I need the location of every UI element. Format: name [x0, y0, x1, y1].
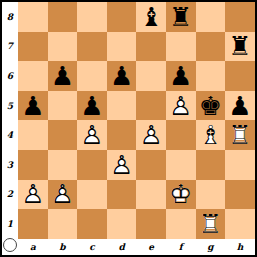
piece-white-pawn: ♟♙ — [80, 122, 103, 148]
piece-white-pawn: ♟♙ — [110, 152, 133, 178]
piece-white-pawn: ♟♙ — [140, 122, 163, 148]
piece-black-rook: ♜ — [228, 33, 251, 59]
square-e3[interactable] — [136, 150, 166, 180]
piece-black-pawn: ♟ — [169, 63, 192, 89]
side-to-move-cell — [2, 239, 18, 255]
square-h2[interactable] — [225, 180, 255, 210]
square-d3[interactable]: ♟♙ — [107, 150, 137, 180]
square-f5[interactable]: ♟♙ — [166, 91, 196, 121]
piece-black-pawn: ♟ — [51, 63, 74, 89]
square-c3[interactable] — [77, 150, 107, 180]
piece-black-rook: ♜ — [169, 4, 192, 30]
square-b6[interactable]: ♟ — [48, 61, 78, 91]
file-label-h: h — [225, 239, 255, 255]
square-e8[interactable]: ♝ — [136, 2, 166, 32]
rank-label-4: 4 — [2, 120, 18, 150]
square-a8[interactable] — [18, 2, 48, 32]
square-e4[interactable]: ♟♙ — [136, 120, 166, 150]
square-h8[interactable] — [225, 2, 255, 32]
square-a6[interactable] — [18, 61, 48, 91]
piece-white-pawn: ♟♙ — [169, 93, 192, 119]
square-b7[interactable] — [48, 32, 78, 62]
piece-black-pawn: ♟ — [80, 93, 103, 119]
square-h3[interactable] — [225, 150, 255, 180]
square-b5[interactable] — [48, 91, 78, 121]
square-d5[interactable] — [107, 91, 137, 121]
square-f6[interactable]: ♟ — [166, 61, 196, 91]
square-a1[interactable] — [18, 209, 48, 239]
side-to-move-indicator — [3, 238, 17, 252]
piece-black-bishop: ♝ — [140, 4, 163, 30]
square-c7[interactable] — [77, 32, 107, 62]
square-b3[interactable] — [48, 150, 78, 180]
square-b2[interactable]: ♟♙ — [48, 180, 78, 210]
square-a3[interactable] — [18, 150, 48, 180]
square-c4[interactable]: ♟♙ — [77, 120, 107, 150]
square-b4[interactable] — [48, 120, 78, 150]
file-label-f: f — [166, 239, 196, 255]
square-c8[interactable] — [77, 2, 107, 32]
piece-black-pawn: ♟ — [228, 93, 251, 119]
file-label-g: g — [196, 239, 226, 255]
piece-white-rook: ♜♖ — [228, 122, 251, 148]
piece-white-pawn: ♟♙ — [51, 181, 74, 207]
rank-label-2: 2 — [2, 180, 18, 210]
square-e5[interactable] — [136, 91, 166, 121]
square-d2[interactable] — [107, 180, 137, 210]
square-h5[interactable]: ♟ — [225, 91, 255, 121]
square-g6[interactable] — [196, 61, 226, 91]
square-d1[interactable] — [107, 209, 137, 239]
square-h1[interactable] — [225, 209, 255, 239]
piece-white-king: ♚♔ — [169, 181, 192, 207]
square-e6[interactable] — [136, 61, 166, 91]
chess-board: 8♝♜7♜6♟♟♟5♟♟♟♙♚♟4♟♙♟♙♝♗♜♖3♟♙2♟♙♟♙♚♔1♜♖ab… — [2, 2, 255, 255]
piece-black-king: ♚ — [199, 93, 222, 119]
square-b8[interactable] — [48, 2, 78, 32]
square-d7[interactable] — [107, 32, 137, 62]
square-g2[interactable] — [196, 180, 226, 210]
square-h6[interactable] — [225, 61, 255, 91]
square-d6[interactable]: ♟ — [107, 61, 137, 91]
square-g8[interactable] — [196, 2, 226, 32]
square-g7[interactable] — [196, 32, 226, 62]
piece-white-bishop: ♝♗ — [199, 122, 222, 148]
square-e1[interactable] — [136, 209, 166, 239]
piece-white-rook: ♜♖ — [199, 211, 222, 237]
square-f8[interactable]: ♜ — [166, 2, 196, 32]
square-a4[interactable] — [18, 120, 48, 150]
file-label-c: c — [77, 239, 107, 255]
square-f4[interactable] — [166, 120, 196, 150]
rank-label-6: 6 — [2, 61, 18, 91]
square-a7[interactable] — [18, 32, 48, 62]
file-label-e: e — [136, 239, 166, 255]
rank-label-8: 8 — [2, 2, 18, 32]
square-h4[interactable]: ♜♖ — [225, 120, 255, 150]
square-f2[interactable]: ♚♔ — [166, 180, 196, 210]
square-b1[interactable] — [48, 209, 78, 239]
file-label-b: b — [48, 239, 78, 255]
square-f1[interactable] — [166, 209, 196, 239]
square-g1[interactable]: ♜♖ — [196, 209, 226, 239]
rank-label-7: 7 — [2, 32, 18, 62]
square-e7[interactable] — [136, 32, 166, 62]
piece-white-pawn: ♟♙ — [21, 181, 44, 207]
piece-black-pawn: ♟ — [110, 63, 133, 89]
square-a2[interactable]: ♟♙ — [18, 180, 48, 210]
square-e2[interactable] — [136, 180, 166, 210]
square-c6[interactable] — [77, 61, 107, 91]
square-c2[interactable] — [77, 180, 107, 210]
square-g5[interactable]: ♚ — [196, 91, 226, 121]
square-g4[interactable]: ♝♗ — [196, 120, 226, 150]
square-a5[interactable]: ♟ — [18, 91, 48, 121]
square-c5[interactable]: ♟ — [77, 91, 107, 121]
square-d4[interactable] — [107, 120, 137, 150]
piece-black-pawn: ♟ — [21, 93, 44, 119]
file-label-a: a — [18, 239, 48, 255]
rank-label-3: 3 — [2, 150, 18, 180]
square-f3[interactable] — [166, 150, 196, 180]
square-h7[interactable]: ♜ — [225, 32, 255, 62]
square-g3[interactable] — [196, 150, 226, 180]
square-d8[interactable] — [107, 2, 137, 32]
rank-label-1: 1 — [2, 209, 18, 239]
rank-label-5: 5 — [2, 91, 18, 121]
square-c1[interactable] — [77, 209, 107, 239]
file-label-d: d — [107, 239, 137, 255]
chess-diagram: 8♝♜7♜6♟♟♟5♟♟♟♙♚♟4♟♙♟♙♝♗♜♖3♟♙2♟♙♟♙♚♔1♜♖ab… — [0, 0, 257, 257]
square-f7[interactable] — [166, 32, 196, 62]
